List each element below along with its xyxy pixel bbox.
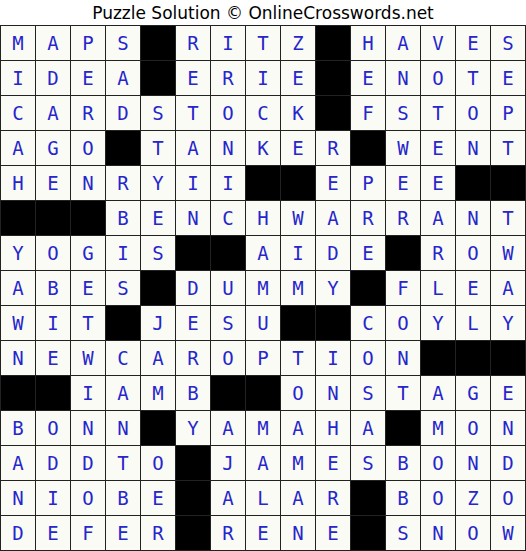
letter-cell-r8c13: L (421, 271, 456, 306)
black-cell-r8c5 (141, 271, 176, 306)
black-cell-r6c2 (36, 201, 71, 236)
letter-cell-r3c5: S (141, 96, 176, 131)
letter-cell-r4c8: K (246, 131, 281, 166)
letter-cell-r14c13: O (421, 481, 456, 516)
letter-cell-r4c6: A (176, 131, 211, 166)
letter-cell-r3c1: C (1, 96, 36, 131)
letter-cell-r7c8: A (246, 236, 281, 271)
letter-cell-r3c11: F (351, 96, 386, 131)
letter-cell-r4c7: N (211, 131, 246, 166)
letter-cell-r11c13: A (421, 376, 456, 411)
letter-cell-r12c10: H (316, 411, 351, 446)
black-cell-r4c4 (106, 131, 141, 166)
letter-cell-r13c1: A (1, 446, 36, 481)
letter-cell-r14c15: O (491, 481, 526, 516)
black-cell-r15c6 (176, 516, 211, 551)
letter-cell-r10c9: T (281, 341, 316, 376)
letter-cell-r4c9: E (281, 131, 316, 166)
black-cell-r6c3 (71, 201, 106, 236)
letter-cell-r2c12: N (386, 61, 421, 96)
black-cell-r5c14 (456, 166, 491, 201)
black-cell-r7c12 (386, 236, 421, 271)
letter-cell-r4c3: O (71, 131, 106, 166)
letter-cell-r6c7: C (211, 201, 246, 236)
letter-cell-r12c9: A (281, 411, 316, 446)
letter-cell-r9c11: C (351, 306, 386, 341)
letter-cell-r13c7: J (211, 446, 246, 481)
letter-cell-r12c7: A (211, 411, 246, 446)
letter-cell-r5c2: E (36, 166, 71, 201)
black-cell-r5c15 (491, 166, 526, 201)
black-cell-r15c11 (351, 516, 386, 551)
black-cell-r9c9 (281, 306, 316, 341)
letter-cell-r8c3: E (71, 271, 106, 306)
letter-cell-r10c4: C (106, 341, 141, 376)
black-cell-r1c5 (141, 26, 176, 61)
black-cell-r9c10 (316, 306, 351, 341)
letter-cell-r10c8: P (246, 341, 281, 376)
letter-cell-r1c13: V (421, 26, 456, 61)
letter-cell-r1c9: Z (281, 26, 316, 61)
letter-cell-r11c12: T (386, 376, 421, 411)
letter-cell-r11c5: M (141, 376, 176, 411)
letter-cell-r15c13: N (421, 516, 456, 551)
letter-cell-r11c3: I (71, 376, 106, 411)
letter-cell-r8c15: A (491, 271, 526, 306)
letter-cell-r10c12: N (386, 341, 421, 376)
black-cell-r5c9 (281, 166, 316, 201)
letter-cell-r12c8: M (246, 411, 281, 446)
letter-cell-r13c2: D (36, 446, 71, 481)
black-cell-r12c5 (141, 411, 176, 446)
black-cell-r13c6 (176, 446, 211, 481)
black-cell-r14c6 (176, 481, 211, 516)
letter-cell-r12c1: B (1, 411, 36, 446)
black-cell-r7c7 (211, 236, 246, 271)
letter-cell-r12c11: A (351, 411, 386, 446)
letter-cell-r2c15: E (491, 61, 526, 96)
letter-cell-r9c1: W (1, 306, 36, 341)
letter-cell-r7c9: I (281, 236, 316, 271)
black-cell-r12c12 (386, 411, 421, 446)
puzzle-title: Puzzle Solution © OnlineCrosswords.net (0, 0, 526, 25)
letter-cell-r13c12: B (386, 446, 421, 481)
letter-cell-r10c6: R (176, 341, 211, 376)
letter-cell-r15c12: S (386, 516, 421, 551)
letter-cell-r14c5: E (141, 481, 176, 516)
letter-cell-r5c10: E (316, 166, 351, 201)
letter-cell-r5c1: H (1, 166, 36, 201)
letter-cell-r12c6: Y (176, 411, 211, 446)
black-cell-r7c6 (176, 236, 211, 271)
letter-cell-r9c7: S (211, 306, 246, 341)
letter-cell-r9c12: O (386, 306, 421, 341)
letter-cell-r3c4: D (106, 96, 141, 131)
letter-cell-r14c2: I (36, 481, 71, 516)
letter-cell-r12c14: O (456, 411, 491, 446)
letter-cell-r6c10: A (316, 201, 351, 236)
letter-cell-r8c1: A (1, 271, 36, 306)
letter-cell-r2c14: T (456, 61, 491, 96)
letter-cell-r4c2: G (36, 131, 71, 166)
letter-cell-r9c8: U (246, 306, 281, 341)
letter-cell-r12c4: N (106, 411, 141, 446)
letter-cell-r5c7: I (211, 166, 246, 201)
letter-cell-r10c11: O (351, 341, 386, 376)
letter-cell-r14c7: A (211, 481, 246, 516)
letter-cell-r4c14: N (456, 131, 491, 166)
letter-cell-r7c5: S (141, 236, 176, 271)
letter-cell-r7c15: W (491, 236, 526, 271)
letter-cell-r6c15: T (491, 201, 526, 236)
letter-cell-r2c6: E (176, 61, 211, 96)
letter-cell-r1c14: E (456, 26, 491, 61)
letter-cell-r8c12: F (386, 271, 421, 306)
letter-cell-r5c4: R (106, 166, 141, 201)
letter-cell-r14c8: L (246, 481, 281, 516)
letter-cell-r6c8: H (246, 201, 281, 236)
letter-cell-r5c13: E (421, 166, 456, 201)
letter-cell-r13c3: D (71, 446, 106, 481)
letter-cell-r6c5: E (141, 201, 176, 236)
letter-cell-r15c2: E (36, 516, 71, 551)
letter-cell-r3c2: A (36, 96, 71, 131)
letter-cell-r15c10: E (316, 516, 351, 551)
black-cell-r5c8 (246, 166, 281, 201)
letter-cell-r13c13: O (421, 446, 456, 481)
black-cell-r9c4 (106, 306, 141, 341)
letter-cell-r15c1: D (1, 516, 36, 551)
puzzle-solution-page: Puzzle Solution © OnlineCrosswords.net M… (0, 0, 526, 551)
letter-cell-r10c3: W (71, 341, 106, 376)
letter-cell-r13c5: O (141, 446, 176, 481)
letter-cell-r3c13: T (421, 96, 456, 131)
letter-cell-r6c13: A (421, 201, 456, 236)
letter-cell-r14c1: N (1, 481, 36, 516)
letter-cell-r13c14: N (456, 446, 491, 481)
letter-cell-r4c5: T (141, 131, 176, 166)
black-cell-r10c15 (491, 341, 526, 376)
letter-cell-r5c3: N (71, 166, 106, 201)
letter-cell-r12c2: O (36, 411, 71, 446)
letter-cell-r12c3: N (71, 411, 106, 446)
letter-cell-r7c14: O (456, 236, 491, 271)
letter-cell-r5c5: Y (141, 166, 176, 201)
letter-cell-r7c4: I (106, 236, 141, 271)
letter-cell-r9c15: Y (491, 306, 526, 341)
letter-cell-r5c6: I (176, 166, 211, 201)
letter-cell-r8c4: S (106, 271, 141, 306)
letter-cell-r1c12: A (386, 26, 421, 61)
letter-cell-r9c5: J (141, 306, 176, 341)
letter-cell-r6c14: N (456, 201, 491, 236)
letter-cell-r10c5: A (141, 341, 176, 376)
letter-cell-r2c4: A (106, 61, 141, 96)
letter-cell-r11c15: E (491, 376, 526, 411)
letter-cell-r14c12: B (386, 481, 421, 516)
letter-cell-r8c8: M (246, 271, 281, 306)
letter-cell-r7c10: D (316, 236, 351, 271)
letter-cell-r1c6: R (176, 26, 211, 61)
letter-cell-r6c4: B (106, 201, 141, 236)
letter-cell-r3c9: K (281, 96, 316, 131)
letter-cell-r1c2: A (36, 26, 71, 61)
black-cell-r10c14 (456, 341, 491, 376)
black-cell-r11c2 (36, 376, 71, 411)
letter-cell-r13c10: E (316, 446, 351, 481)
letter-cell-r1c3: P (71, 26, 106, 61)
letter-cell-r13c9: M (281, 446, 316, 481)
letter-cell-r8c7: U (211, 271, 246, 306)
letter-cell-r10c10: I (316, 341, 351, 376)
letter-cell-r15c8: E (246, 516, 281, 551)
letter-cell-r3c15: P (491, 96, 526, 131)
letter-cell-r15c4: E (106, 516, 141, 551)
black-cell-r14c11 (351, 481, 386, 516)
letter-cell-r9c6: E (176, 306, 211, 341)
letter-cell-r11c9: O (281, 376, 316, 411)
letter-cell-r2c13: O (421, 61, 456, 96)
letter-cell-r3c8: C (246, 96, 281, 131)
letter-cell-r8c2: B (36, 271, 71, 306)
letter-cell-r2c2: D (36, 61, 71, 96)
letter-cell-r2c3: E (71, 61, 106, 96)
black-cell-r6c1 (1, 201, 36, 236)
letter-cell-r10c7: O (211, 341, 246, 376)
letter-cell-r6c6: N (176, 201, 211, 236)
black-cell-r11c7 (211, 376, 246, 411)
letter-cell-r14c14: Z (456, 481, 491, 516)
letter-cell-r12c13: M (421, 411, 456, 446)
letter-cell-r5c12: E (386, 166, 421, 201)
letter-cell-r10c2: E (36, 341, 71, 376)
letter-cell-r8c14: E (456, 271, 491, 306)
letter-cell-r7c1: Y (1, 236, 36, 271)
letter-cell-r2c8: I (246, 61, 281, 96)
black-cell-r4c11 (351, 131, 386, 166)
letter-cell-r5c11: P (351, 166, 386, 201)
letter-cell-r10c1: N (1, 341, 36, 376)
letter-cell-r9c13: Y (421, 306, 456, 341)
black-cell-r8c11 (351, 271, 386, 306)
black-cell-r1c10 (316, 26, 351, 61)
letter-cell-r12c15: N (491, 411, 526, 446)
letter-cell-r9c14: L (456, 306, 491, 341)
letter-cell-r7c3: G (71, 236, 106, 271)
letter-cell-r6c12: R (386, 201, 421, 236)
black-cell-r2c10 (316, 61, 351, 96)
letter-cell-r4c1: A (1, 131, 36, 166)
letter-cell-r7c11: E (351, 236, 386, 271)
crossword-grid: MAPSRITZHAVESIDEAERIEENOTECARDSTOCKFSTOP… (0, 25, 526, 551)
letter-cell-r11c10: N (316, 376, 351, 411)
letter-cell-r4c15: T (491, 131, 526, 166)
black-cell-r11c8 (246, 376, 281, 411)
letter-cell-r7c13: R (421, 236, 456, 271)
black-cell-r2c5 (141, 61, 176, 96)
letter-cell-r4c10: R (316, 131, 351, 166)
letter-cell-r8c10: Y (316, 271, 351, 306)
letter-cell-r11c14: G (456, 376, 491, 411)
letter-cell-r13c8: A (246, 446, 281, 481)
letter-cell-r13c11: S (351, 446, 386, 481)
letter-cell-r14c9: A (281, 481, 316, 516)
letter-cell-r11c6: B (176, 376, 211, 411)
letter-cell-r1c8: T (246, 26, 281, 61)
letter-cell-r11c4: A (106, 376, 141, 411)
letter-cell-r13c4: T (106, 446, 141, 481)
letter-cell-r4c12: W (386, 131, 421, 166)
letter-cell-r6c11: R (351, 201, 386, 236)
letter-cell-r2c7: R (211, 61, 246, 96)
letter-cell-r3c12: S (386, 96, 421, 131)
letter-cell-r3c14: O (456, 96, 491, 131)
letter-cell-r8c9: M (281, 271, 316, 306)
letter-cell-r15c15: W (491, 516, 526, 551)
letter-cell-r4c13: E (421, 131, 456, 166)
letter-cell-r3c3: R (71, 96, 106, 131)
letter-cell-r1c1: M (1, 26, 36, 61)
black-cell-r10c13 (421, 341, 456, 376)
letter-cell-r2c1: I (1, 61, 36, 96)
letter-cell-r2c11: E (351, 61, 386, 96)
letter-cell-r14c4: B (106, 481, 141, 516)
letter-cell-r8c6: D (176, 271, 211, 306)
letter-cell-r13c15: D (491, 446, 526, 481)
letter-cell-r3c6: T (176, 96, 211, 131)
letter-cell-r1c4: S (106, 26, 141, 61)
letter-cell-r6c9: W (281, 201, 316, 236)
letter-cell-r14c3: O (71, 481, 106, 516)
letter-cell-r9c3: T (71, 306, 106, 341)
letter-cell-r15c3: F (71, 516, 106, 551)
black-cell-r11c1 (1, 376, 36, 411)
letter-cell-r9c2: I (36, 306, 71, 341)
letter-cell-r15c9: N (281, 516, 316, 551)
black-cell-r3c10 (316, 96, 351, 131)
letter-cell-r14c10: R (316, 481, 351, 516)
letter-cell-r7c2: O (36, 236, 71, 271)
letter-cell-r1c11: H (351, 26, 386, 61)
letter-cell-r15c7: R (211, 516, 246, 551)
letter-cell-r1c7: I (211, 26, 246, 61)
letter-cell-r1c15: S (491, 26, 526, 61)
letter-cell-r3c7: O (211, 96, 246, 131)
letter-cell-r2c9: E (281, 61, 316, 96)
letter-cell-r11c11: S (351, 376, 386, 411)
letter-cell-r15c5: R (141, 516, 176, 551)
letter-cell-r15c14: O (456, 516, 491, 551)
